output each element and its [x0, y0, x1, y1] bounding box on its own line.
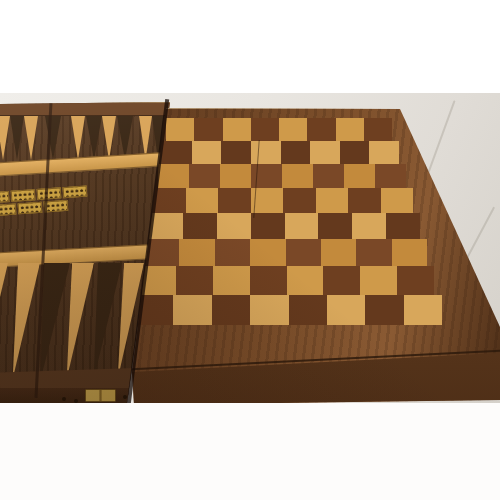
chess-square[interactable]	[310, 141, 340, 164]
chess-square[interactable]	[215, 239, 250, 266]
chess-square[interactable]	[283, 188, 316, 213]
cribbage-plate	[0, 204, 16, 217]
chess-square[interactable]	[173, 295, 211, 325]
chess-square[interactable]	[281, 141, 311, 164]
backgammon-point-dark[interactable]	[86, 116, 102, 160]
chess-square[interactable]	[313, 164, 344, 188]
chess-square[interactable]	[323, 266, 360, 295]
cribbage-track	[0, 184, 109, 232]
chess-square[interactable]	[348, 188, 381, 213]
chess-square[interactable]	[286, 239, 321, 266]
chess-square[interactable]	[344, 164, 375, 188]
chess-square[interactable]	[386, 213, 420, 239]
chess-square[interactable]	[282, 164, 313, 188]
backgammon-point-light[interactable]	[0, 263, 8, 379]
chess-square[interactable]	[340, 141, 370, 164]
chess-rank	[135, 295, 442, 325]
backgammon-top-rail	[0, 102, 172, 116]
chess-rank	[162, 141, 399, 164]
chess-square[interactable]	[179, 239, 214, 266]
chess-square[interactable]	[176, 266, 213, 295]
chess-square[interactable]	[392, 239, 427, 266]
backgammon-point-light[interactable]	[0, 116, 10, 160]
chess-square[interactable]	[397, 266, 434, 295]
chess-square[interactable]	[162, 141, 192, 164]
chess-square[interactable]	[194, 118, 222, 141]
cribbage-plate	[44, 200, 69, 213]
cribbage-plate	[0, 191, 9, 204]
chess-square[interactable]	[221, 141, 251, 164]
chess-square[interactable]	[316, 188, 349, 213]
chess-rank	[149, 213, 420, 239]
chess-square[interactable]	[356, 239, 391, 266]
chess-square[interactable]	[220, 164, 251, 188]
chess-square[interactable]	[381, 188, 414, 213]
backgammon-point-light[interactable]	[2, 263, 40, 379]
cribbage-plate	[37, 187, 62, 200]
chess-square[interactable]	[250, 266, 287, 295]
chess-rank	[153, 188, 413, 213]
chess-rank	[139, 266, 434, 295]
white-letterbox-bottom	[0, 403, 500, 500]
cribbage-plate	[63, 186, 88, 199]
chess-square[interactable]	[364, 118, 392, 141]
chess-square[interactable]	[158, 164, 189, 188]
chess-square[interactable]	[365, 295, 403, 325]
chess-rank	[166, 118, 392, 141]
chess-square[interactable]	[149, 213, 183, 239]
chess-square[interactable]	[285, 213, 319, 239]
photo-of-game-boards	[0, 0, 500, 500]
chess-square[interactable]	[375, 164, 406, 188]
chess-square[interactable]	[318, 213, 352, 239]
chess-rank	[158, 164, 406, 188]
chess-square[interactable]	[218, 188, 251, 213]
backgammon-point-light[interactable]	[71, 116, 85, 160]
chess-square[interactable]	[212, 295, 250, 325]
chess-square[interactable]	[279, 118, 307, 141]
chess-square[interactable]	[250, 239, 285, 266]
chess-square[interactable]	[223, 118, 251, 141]
chess-rank	[144, 239, 427, 266]
chess-square[interactable]	[153, 188, 186, 213]
chess-square[interactable]	[360, 266, 397, 295]
chess-square[interactable]	[217, 213, 251, 239]
chess-square[interactable]	[327, 295, 365, 325]
chess-square[interactable]	[321, 239, 356, 266]
backgammon-point-light[interactable]	[24, 116, 38, 160]
chess-square[interactable]	[250, 295, 288, 325]
chess-square[interactable]	[251, 213, 285, 239]
backgammon-point-light[interactable]	[102, 116, 116, 160]
cribbage-plate	[11, 189, 36, 202]
white-letterbox-top	[0, 0, 500, 93]
cribbage-plate	[18, 202, 43, 215]
chess-square[interactable]	[289, 295, 327, 325]
chess-square[interactable]	[251, 141, 281, 164]
chess-square[interactable]	[189, 164, 220, 188]
chess-square[interactable]	[336, 118, 364, 141]
chess-square[interactable]	[183, 213, 217, 239]
chess-square[interactable]	[166, 118, 194, 141]
chess-square[interactable]	[251, 118, 279, 141]
chess-square[interactable]	[287, 266, 324, 295]
chess-square[interactable]	[369, 141, 399, 164]
brass-hinge	[85, 389, 116, 402]
chess-square[interactable]	[404, 295, 442, 325]
chess-square[interactable]	[307, 118, 335, 141]
backgammon-point-dark[interactable]	[10, 116, 24, 160]
chess-square[interactable]	[213, 266, 250, 295]
chess-square[interactable]	[352, 213, 386, 239]
chess-square[interactable]	[186, 188, 219, 213]
chess-square[interactable]	[192, 141, 222, 164]
screw-dot	[62, 397, 66, 401]
